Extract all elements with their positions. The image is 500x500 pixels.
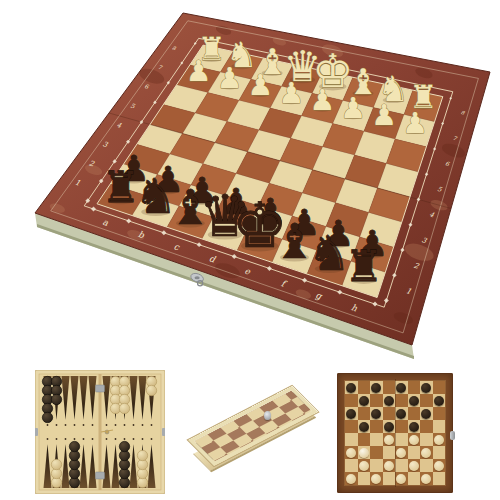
- checker-piece-light: [421, 474, 431, 484]
- checkers-square: [408, 446, 421, 459]
- checkers-square: [345, 433, 358, 446]
- checkers-square: [358, 394, 371, 407]
- checker-piece-dark: [396, 409, 406, 419]
- checker-piece-dark: [371, 409, 381, 419]
- checker-piece-light: [384, 461, 394, 471]
- checkers-square: [433, 433, 446, 446]
- checker-piece-light: [346, 474, 356, 484]
- point-dot: [92, 438, 94, 440]
- backgammon-checker-light: [146, 385, 156, 395]
- checkers-square: [395, 446, 408, 459]
- checker-piece-dark: [346, 409, 356, 419]
- chess-piece-light-pawn: ♟: [402, 106, 428, 140]
- checkers-square: [420, 381, 433, 394]
- thumbnail-checkers: [337, 373, 453, 493]
- hinge-icon: [96, 472, 105, 479]
- checkers-square: [358, 446, 371, 459]
- checkers-square: [408, 472, 421, 485]
- chess-piece-light-pawn: ♟: [340, 91, 366, 125]
- box-clasp-icon: [264, 411, 271, 420]
- checkers-square: [370, 433, 383, 446]
- checkers-square: [408, 420, 421, 433]
- point-dot: [151, 424, 153, 426]
- backgammon-checker-dark: [51, 394, 61, 404]
- point-dot: [115, 438, 117, 440]
- checkers-square: [420, 446, 433, 459]
- checker-piece-light: [421, 448, 431, 458]
- checker-piece-dark: [371, 383, 381, 393]
- chess-piece-light-pawn: ♟: [371, 98, 397, 132]
- checkers-square: [358, 472, 371, 485]
- thumbnail-folded-box: ♟♝♞♟♜♙♗♘♙♖♙: [180, 378, 340, 490]
- point-dot: [142, 438, 144, 440]
- checkers-square: [345, 420, 358, 433]
- chess-piece-dark-rook: ♜: [345, 241, 384, 291]
- chess-piece-light-pawn: ♟: [248, 68, 274, 102]
- checker-piece-dark: [359, 396, 369, 406]
- checkers-square: [433, 407, 446, 420]
- checker-piece-light: [396, 474, 406, 484]
- point-dot: [74, 424, 76, 426]
- checker-piece-dark: [409, 422, 419, 432]
- checker-piece-dark: [434, 396, 444, 406]
- checkers-square: [395, 459, 408, 472]
- point-dot: [151, 438, 153, 440]
- checkers-square: [383, 446, 396, 459]
- checkers-square: [370, 472, 383, 485]
- checkers-square: [408, 459, 421, 472]
- backgammon-checker-dark: [69, 441, 79, 451]
- checkers-square: [345, 472, 358, 485]
- checkers-square: [433, 459, 446, 472]
- point-dot: [65, 438, 67, 440]
- point-dot: [47, 424, 49, 426]
- point-dot: [92, 424, 94, 426]
- point-dot: [56, 424, 58, 426]
- checkers-square: [345, 446, 358, 459]
- hinge-icon: [96, 385, 105, 392]
- checkers-square: [395, 394, 408, 407]
- checkers-square: [420, 407, 433, 420]
- checkers-square: [408, 433, 421, 446]
- checkers-square: [383, 420, 396, 433]
- checkers-square: [383, 459, 396, 472]
- fold-seam: [395, 379, 396, 487]
- checkers-square: [420, 459, 433, 472]
- checker-piece-light: [371, 474, 381, 484]
- checkers-square: [345, 407, 358, 420]
- chess-piece-light-pawn: ♟: [186, 54, 212, 88]
- point-dot: [133, 438, 135, 440]
- checkers-square: [383, 407, 396, 420]
- checkers-square: [395, 420, 408, 433]
- point-dot: [124, 424, 126, 426]
- checker-piece-dark: [421, 383, 431, 393]
- point-dot: [56, 438, 58, 440]
- checker-piece-light: [409, 461, 419, 471]
- checkers-square: [358, 381, 371, 394]
- checkers-square: [420, 394, 433, 407]
- checkers-square: [408, 394, 421, 407]
- backgammon-board: [35, 370, 165, 494]
- point-dot: [106, 424, 108, 426]
- checkers-square: [420, 472, 433, 485]
- checkers-square: [370, 420, 383, 433]
- checkers-square: [408, 381, 421, 394]
- checkers-square: [370, 394, 383, 407]
- checker-piece-light: [409, 435, 419, 445]
- checkers-square: [345, 459, 358, 472]
- checkers-square: [395, 381, 408, 394]
- checkers-square: [433, 381, 446, 394]
- checkers-square: [358, 459, 371, 472]
- checkers-square: [370, 407, 383, 420]
- checker-piece-light: [384, 435, 394, 445]
- checkers-square: [345, 394, 358, 407]
- point-dot: [133, 424, 135, 426]
- checker-piece-light: [346, 448, 356, 458]
- checkers-square: [383, 381, 396, 394]
- checker-piece-light: [396, 448, 406, 458]
- checkers-square: [433, 394, 446, 407]
- product-photo-collage: a88b77c66d55e44f33g22h11♜♞♝♛♚♝♞♜♟♟♟♟♟♟♟♟…: [0, 0, 500, 500]
- checkers-square: [383, 472, 396, 485]
- side-clasp-icon: [35, 428, 38, 436]
- checker-piece-light: [359, 461, 369, 471]
- point-dot: [47, 438, 49, 440]
- point-dot: [106, 438, 108, 440]
- checkers-square: [420, 420, 433, 433]
- clasp-detail: [195, 276, 200, 279]
- checkers-square: [420, 433, 433, 446]
- checkers-board-frame: [337, 373, 453, 493]
- checkers-square: [358, 420, 371, 433]
- chess-piece-light-pawn: ♟: [279, 76, 305, 110]
- point-dot: [83, 438, 85, 440]
- checkers-square: [370, 446, 383, 459]
- thumbnail-backgammon: [35, 370, 165, 494]
- point-dot: [124, 438, 126, 440]
- checkers-square: [358, 407, 371, 420]
- checkers-square: [383, 394, 396, 407]
- chess-piece-light-pawn: ♟: [309, 83, 335, 117]
- checkers-square: [433, 472, 446, 485]
- point-dot: [74, 438, 76, 440]
- side-clasp-icon: [162, 428, 165, 436]
- point-dot: [142, 424, 144, 426]
- checker-piece-light: [434, 435, 444, 445]
- checkers-square: [345, 381, 358, 394]
- checkers-square: [383, 433, 396, 446]
- checkers-square: [395, 433, 408, 446]
- point-dot: [65, 424, 67, 426]
- point-dot: [115, 424, 117, 426]
- backgammon-checker-dark: [42, 412, 52, 422]
- checkers-square: [370, 381, 383, 394]
- checkers-square: [395, 472, 408, 485]
- backgammon-checker-light: [137, 450, 147, 460]
- chess-board-photo: a88b77c66d55e44f33g22h11♜♞♝♛♚♝♞♜♟♟♟♟♟♟♟♟…: [0, 0, 500, 375]
- checker-piece-dark: [384, 422, 394, 432]
- checker-piece-dark: [384, 396, 394, 406]
- backgammon-checker-light: [119, 403, 129, 413]
- checkers-square: [370, 459, 383, 472]
- checkers-square: [395, 407, 408, 420]
- point-dot: [83, 424, 85, 426]
- checkers-square: [408, 407, 421, 420]
- checkers-square: [433, 446, 446, 459]
- checker-piece-dark: [396, 383, 406, 393]
- chess-piece-light-pawn: ♟: [217, 61, 243, 95]
- checkers-square: [358, 433, 371, 446]
- checker-piece-dark: [409, 396, 419, 406]
- checkers-clasp-icon: [450, 431, 455, 440]
- backgammon-checker-dark: [119, 441, 129, 451]
- checker-piece-dark: [421, 409, 431, 419]
- checker-piece-dark: [359, 422, 369, 432]
- checker-piece-light: [359, 448, 369, 458]
- backgammon-checker-light: [51, 459, 61, 469]
- checker-piece-light: [434, 461, 444, 471]
- checker-piece-dark: [346, 383, 356, 393]
- checkers-square: [433, 420, 446, 433]
